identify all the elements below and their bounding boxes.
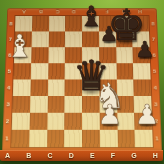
- square-g1[interactable]: [117, 130, 135, 147]
- piece-white-pawn-f2[interactable]: ♟: [98, 102, 123, 129]
- square-b2[interactable]: [29, 113, 47, 130]
- square-c1[interactable]: [47, 130, 65, 147]
- square-d1[interactable]: [64, 130, 82, 147]
- rank-label-right-8: 8: [149, 16, 158, 32]
- rank-label-right-1: 1: [152, 130, 162, 147]
- file-label-d: D: [69, 152, 74, 159]
- square-e1[interactable]: [82, 130, 100, 147]
- file-label-b: B: [26, 152, 31, 159]
- square-c5[interactable]: [48, 63, 65, 79]
- board-front-edge: ABCDEFGH: [0, 150, 163, 161]
- file-label-top-c: C: [49, 8, 66, 16]
- square-b5[interactable]: [31, 63, 48, 79]
- square-d2[interactable]: [64, 113, 82, 130]
- file-label-g: G: [131, 152, 136, 159]
- square-c4[interactable]: [47, 79, 64, 96]
- square-b1[interactable]: [29, 130, 47, 147]
- file-label-c: C: [47, 152, 52, 159]
- square-d7[interactable]: [65, 31, 82, 47]
- square-b4[interactable]: [30, 79, 48, 96]
- piece-white-bishop-a6[interactable]: ♝: [6, 30, 34, 62]
- square-c7[interactable]: [48, 31, 65, 47]
- rank-label-right-4: 4: [151, 79, 160, 96]
- square-a1[interactable]: [11, 130, 29, 147]
- file-label-e: E: [90, 152, 95, 159]
- piece-white-pawn-h2[interactable]: ♟: [135, 102, 160, 129]
- square-a4[interactable]: [13, 79, 31, 96]
- square-c3[interactable]: [47, 96, 65, 113]
- piece-black-pawn-h6[interactable]: ♟: [135, 39, 155, 61]
- file-label-top-a: A: [15, 8, 32, 16]
- file-label-top-b: B: [32, 8, 49, 16]
- file-label-h: H: [153, 152, 158, 159]
- square-h4[interactable]: [133, 79, 151, 96]
- square-a5[interactable]: [13, 63, 31, 79]
- rank-label-right-5: 5: [150, 63, 159, 79]
- chess-app-scene: ABCDEFGH 87654321 87654321 ABCDEFGH ♝♟♚♟…: [0, 0, 164, 164]
- square-f1[interactable]: [100, 130, 118, 147]
- square-c8[interactable]: [48, 16, 65, 32]
- square-h5[interactable]: [133, 63, 151, 79]
- square-a3[interactable]: [12, 96, 30, 113]
- square-c2[interactable]: [47, 113, 65, 130]
- square-a2[interactable]: [12, 113, 30, 130]
- square-e7[interactable]: [82, 31, 99, 47]
- square-b3[interactable]: [30, 96, 48, 113]
- square-h1[interactable]: [135, 130, 153, 147]
- file-label-f: F: [111, 152, 115, 159]
- square-b8[interactable]: [32, 16, 49, 32]
- square-c6[interactable]: [48, 47, 65, 63]
- file-label-a: A: [5, 152, 10, 159]
